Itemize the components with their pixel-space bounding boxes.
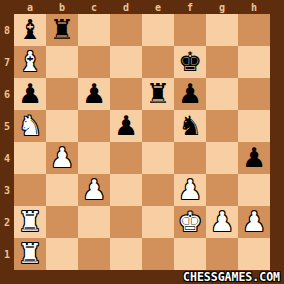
square-e6[interactable]: ♜ [142, 78, 174, 110]
square-h2[interactable]: ♟ [238, 206, 270, 238]
piece-white-king[interactable]: ♚ [178, 206, 202, 238]
square-g1[interactable] [206, 238, 238, 270]
square-c3[interactable]: ♟ [78, 174, 110, 206]
square-h7[interactable] [238, 46, 270, 78]
rank-label-8: 8 [0, 14, 14, 46]
piece-black-pawn[interactable]: ♟ [242, 142, 266, 174]
square-d3[interactable] [110, 174, 142, 206]
square-b7[interactable] [46, 46, 78, 78]
square-b2[interactable] [46, 206, 78, 238]
square-d6[interactable] [110, 78, 142, 110]
piece-white-knight[interactable]: ♞ [18, 110, 42, 142]
square-f7[interactable]: ♚ [174, 46, 206, 78]
piece-black-king[interactable]: ♚ [178, 46, 202, 78]
square-e1[interactable] [142, 238, 174, 270]
piece-white-pawn[interactable]: ♟ [50, 142, 74, 174]
square-g8[interactable] [206, 14, 238, 46]
square-g7[interactable] [206, 46, 238, 78]
square-h3[interactable] [238, 174, 270, 206]
square-a1[interactable]: ♜ [14, 238, 46, 270]
square-d1[interactable] [110, 238, 142, 270]
piece-white-bishop[interactable]: ♝ [18, 46, 42, 78]
square-f5[interactable]: ♞ [174, 110, 206, 142]
square-b6[interactable] [46, 78, 78, 110]
square-a4[interactable] [14, 142, 46, 174]
rank-label-6: 6 [0, 78, 14, 110]
square-g2[interactable]: ♟ [206, 206, 238, 238]
square-c8[interactable] [78, 14, 110, 46]
square-b1[interactable] [46, 238, 78, 270]
file-label-g: g [206, 0, 238, 14]
square-g3[interactable] [206, 174, 238, 206]
rank-label-3: 3 [0, 174, 14, 206]
piece-black-pawn[interactable]: ♟ [178, 78, 202, 110]
chess-board-frame: abcdefgh 87654321 ♝♜♝♚♟♟♜♟♞♟♞♟♟♟♟♜♚♟♟♜ C… [0, 0, 284, 284]
square-a6[interactable]: ♟ [14, 78, 46, 110]
square-g5[interactable] [206, 110, 238, 142]
square-g4[interactable] [206, 142, 238, 174]
file-label-d: d [110, 0, 142, 14]
square-f2[interactable]: ♚ [174, 206, 206, 238]
rank-label-2: 2 [0, 206, 14, 238]
file-labels: abcdefgh [14, 0, 270, 14]
square-e7[interactable] [142, 46, 174, 78]
square-d8[interactable] [110, 14, 142, 46]
square-e2[interactable] [142, 206, 174, 238]
rank-label-1: 1 [0, 238, 14, 270]
square-g6[interactable] [206, 78, 238, 110]
square-a3[interactable] [14, 174, 46, 206]
piece-white-pawn[interactable]: ♟ [242, 206, 266, 238]
square-f6[interactable]: ♟ [174, 78, 206, 110]
piece-black-rook[interactable]: ♜ [146, 78, 170, 110]
square-h4[interactable]: ♟ [238, 142, 270, 174]
square-b4[interactable]: ♟ [46, 142, 78, 174]
rank-label-4: 4 [0, 142, 14, 174]
square-d7[interactable] [110, 46, 142, 78]
piece-black-knight[interactable]: ♞ [178, 110, 202, 142]
square-c5[interactable] [78, 110, 110, 142]
square-d5[interactable]: ♟ [110, 110, 142, 142]
square-a8[interactable]: ♝ [14, 14, 46, 46]
square-d4[interactable] [110, 142, 142, 174]
square-h5[interactable] [238, 110, 270, 142]
square-b8[interactable]: ♜ [46, 14, 78, 46]
square-b5[interactable] [46, 110, 78, 142]
square-f3[interactable]: ♟ [174, 174, 206, 206]
piece-white-rook[interactable]: ♜ [18, 238, 42, 270]
square-c1[interactable] [78, 238, 110, 270]
piece-black-bishop[interactable]: ♝ [18, 14, 42, 46]
square-e5[interactable] [142, 110, 174, 142]
piece-white-pawn[interactable]: ♟ [82, 174, 106, 206]
square-e8[interactable] [142, 14, 174, 46]
square-c6[interactable]: ♟ [78, 78, 110, 110]
square-c7[interactable] [78, 46, 110, 78]
file-label-h: h [238, 0, 270, 14]
rank-label-7: 7 [0, 46, 14, 78]
piece-white-pawn[interactable]: ♟ [178, 174, 202, 206]
file-label-a: a [14, 0, 46, 14]
square-f1[interactable] [174, 238, 206, 270]
rank-labels: 87654321 [0, 14, 14, 270]
piece-black-rook[interactable]: ♜ [50, 14, 74, 46]
piece-black-pawn[interactable]: ♟ [114, 110, 138, 142]
piece-black-pawn[interactable]: ♟ [18, 78, 42, 110]
square-c4[interactable] [78, 142, 110, 174]
square-f4[interactable] [174, 142, 206, 174]
square-e3[interactable] [142, 174, 174, 206]
chess-board: ♝♜♝♚♟♟♜♟♞♟♞♟♟♟♟♜♚♟♟♜ [14, 14, 270, 270]
square-h6[interactable] [238, 78, 270, 110]
square-h8[interactable] [238, 14, 270, 46]
piece-white-pawn[interactable]: ♟ [210, 206, 234, 238]
square-f8[interactable] [174, 14, 206, 46]
square-h1[interactable] [238, 238, 270, 270]
rank-label-5: 5 [0, 110, 14, 142]
file-label-c: c [78, 0, 110, 14]
file-label-f: f [174, 0, 206, 14]
square-e4[interactable] [142, 142, 174, 174]
chessgames-watermark: CHESSGAMES.COM [183, 270, 280, 284]
piece-white-rook[interactable]: ♜ [18, 206, 42, 238]
square-a7[interactable]: ♝ [14, 46, 46, 78]
square-a2[interactable]: ♜ [14, 206, 46, 238]
piece-black-pawn[interactable]: ♟ [82, 78, 106, 110]
square-d2[interactable] [110, 206, 142, 238]
square-c2[interactable] [78, 206, 110, 238]
square-a5[interactable]: ♞ [14, 110, 46, 142]
file-label-b: b [46, 0, 78, 14]
square-b3[interactable] [46, 174, 78, 206]
file-label-e: e [142, 0, 174, 14]
